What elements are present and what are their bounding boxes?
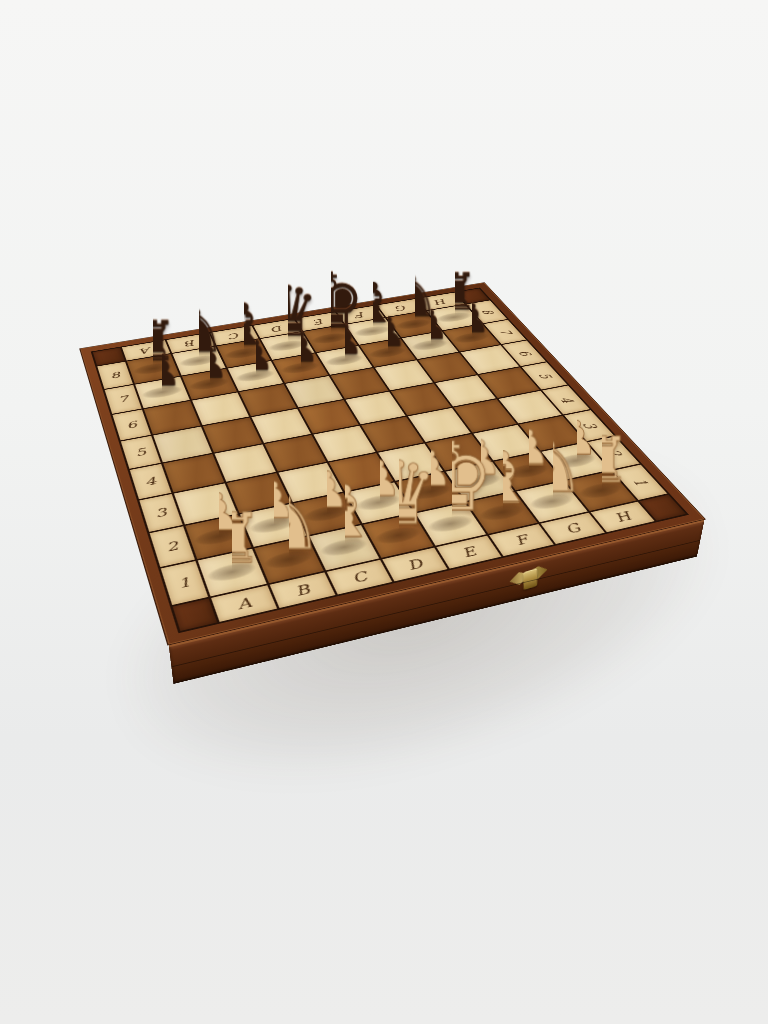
file-label-text: G xyxy=(393,303,409,312)
file-label-text: F xyxy=(353,310,367,319)
file-label-text: H xyxy=(432,297,449,306)
file-label-text: A xyxy=(139,345,153,355)
rank-label-text: 8 xyxy=(109,370,122,380)
rank-label-text: 6 xyxy=(514,349,534,356)
file-label-text: E xyxy=(312,317,327,326)
clasp-latch xyxy=(524,568,538,590)
rank-label-text: 4 xyxy=(555,396,576,404)
brass-clasp xyxy=(510,556,551,599)
rank-label-text: 8 xyxy=(477,308,496,315)
product-photo-scene: ABCDEFGH8877665544332211ABCDEFGH ♜♞♝♛♚♝♞… xyxy=(0,0,768,1024)
rank-label-text: 5 xyxy=(534,372,554,380)
rank-label-text: 7 xyxy=(116,394,129,405)
file-label-text: B xyxy=(184,338,198,348)
file-label-text: C xyxy=(227,331,242,341)
file-label-text: D xyxy=(270,324,285,334)
rank-label-text: 7 xyxy=(495,328,514,335)
